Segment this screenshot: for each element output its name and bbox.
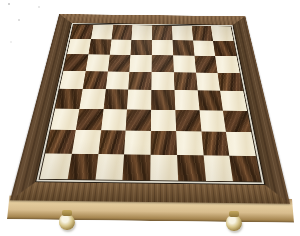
square-r6c3[interactable] <box>101 109 127 131</box>
square-r3c4[interactable] <box>130 55 152 72</box>
inlay-hairline <box>39 24 262 182</box>
square-r6c8[interactable] <box>223 110 251 132</box>
square-r4c4[interactable] <box>128 72 151 90</box>
square-r8c5[interactable] <box>150 154 178 180</box>
brass-clasp-left <box>59 214 75 230</box>
square-r2c8[interactable] <box>213 41 236 57</box>
square-r2c7[interactable] <box>193 40 216 56</box>
inlay-groove <box>35 23 265 185</box>
square-r2c4[interactable] <box>131 40 152 56</box>
square-r6c2[interactable] <box>76 109 104 131</box>
square-r1c1[interactable] <box>70 25 93 39</box>
square-r8c4[interactable] <box>123 154 151 180</box>
square-r1c2[interactable] <box>91 25 113 39</box>
square-r8c6[interactable] <box>177 155 206 181</box>
square-r7c7[interactable] <box>201 131 229 155</box>
square-r4c2[interactable] <box>82 71 107 89</box>
square-r5c2[interactable] <box>79 89 105 109</box>
square-r7c5[interactable] <box>151 131 177 155</box>
square-r6c1[interactable] <box>51 108 80 130</box>
square-r4c1[interactable] <box>60 71 86 89</box>
square-r7c2[interactable] <box>72 130 101 154</box>
square-r2c5[interactable] <box>152 40 173 56</box>
square-r5c4[interactable] <box>127 90 151 110</box>
square-r6c7[interactable] <box>199 110 226 132</box>
square-r6c6[interactable] <box>175 110 201 132</box>
square-r5c8[interactable] <box>220 91 247 111</box>
square-r5c5[interactable] <box>151 90 175 110</box>
square-r2c1[interactable] <box>67 39 91 55</box>
square-r6c4[interactable] <box>126 109 151 131</box>
square-r8c3[interactable] <box>95 154 124 180</box>
square-r4c5[interactable] <box>151 72 174 90</box>
square-r4c8[interactable] <box>218 73 244 91</box>
square-r2c6[interactable] <box>172 40 194 56</box>
square-r8c7[interactable] <box>203 155 233 181</box>
square-r7c8[interactable] <box>226 132 256 156</box>
square-r3c2[interactable] <box>85 54 109 71</box>
square-r6c5[interactable] <box>151 109 176 131</box>
square-r8c2[interactable] <box>67 153 98 179</box>
square-r3c3[interactable] <box>108 55 131 72</box>
square-r7c3[interactable] <box>98 130 126 154</box>
square-r1c8[interactable] <box>211 26 233 41</box>
square-r3c7[interactable] <box>194 56 218 73</box>
photo-stage <box>0 0 300 236</box>
square-r4c6[interactable] <box>174 72 198 90</box>
board-grid <box>40 25 261 182</box>
square-r7c6[interactable] <box>176 131 203 155</box>
square-r4c7[interactable] <box>196 72 221 90</box>
square-r3c6[interactable] <box>173 55 196 72</box>
square-r7c1[interactable] <box>45 130 75 154</box>
square-r1c7[interactable] <box>191 26 213 41</box>
square-r8c8[interactable] <box>229 155 260 181</box>
board-frame <box>10 14 290 204</box>
chess-board <box>10 14 290 204</box>
square-r3c1[interactable] <box>63 54 88 71</box>
square-r1c4[interactable] <box>132 25 153 40</box>
square-r1c6[interactable] <box>172 26 193 41</box>
square-r4c3[interactable] <box>105 71 129 89</box>
brass-clasp-right <box>226 215 242 231</box>
square-r3c5[interactable] <box>152 55 174 72</box>
square-r2c3[interactable] <box>109 39 131 55</box>
square-r5c6[interactable] <box>174 90 199 110</box>
square-r5c3[interactable] <box>103 89 128 109</box>
square-r7c4[interactable] <box>124 131 151 155</box>
square-r5c7[interactable] <box>197 90 223 110</box>
square-r5c1[interactable] <box>55 89 82 109</box>
square-r3c8[interactable] <box>215 56 239 73</box>
square-r1c3[interactable] <box>111 25 132 40</box>
background-specks <box>8 3 10 5</box>
square-r1c5[interactable] <box>152 25 172 40</box>
inlay-pinstripe <box>36 23 264 184</box>
square-r2c2[interactable] <box>88 39 111 55</box>
